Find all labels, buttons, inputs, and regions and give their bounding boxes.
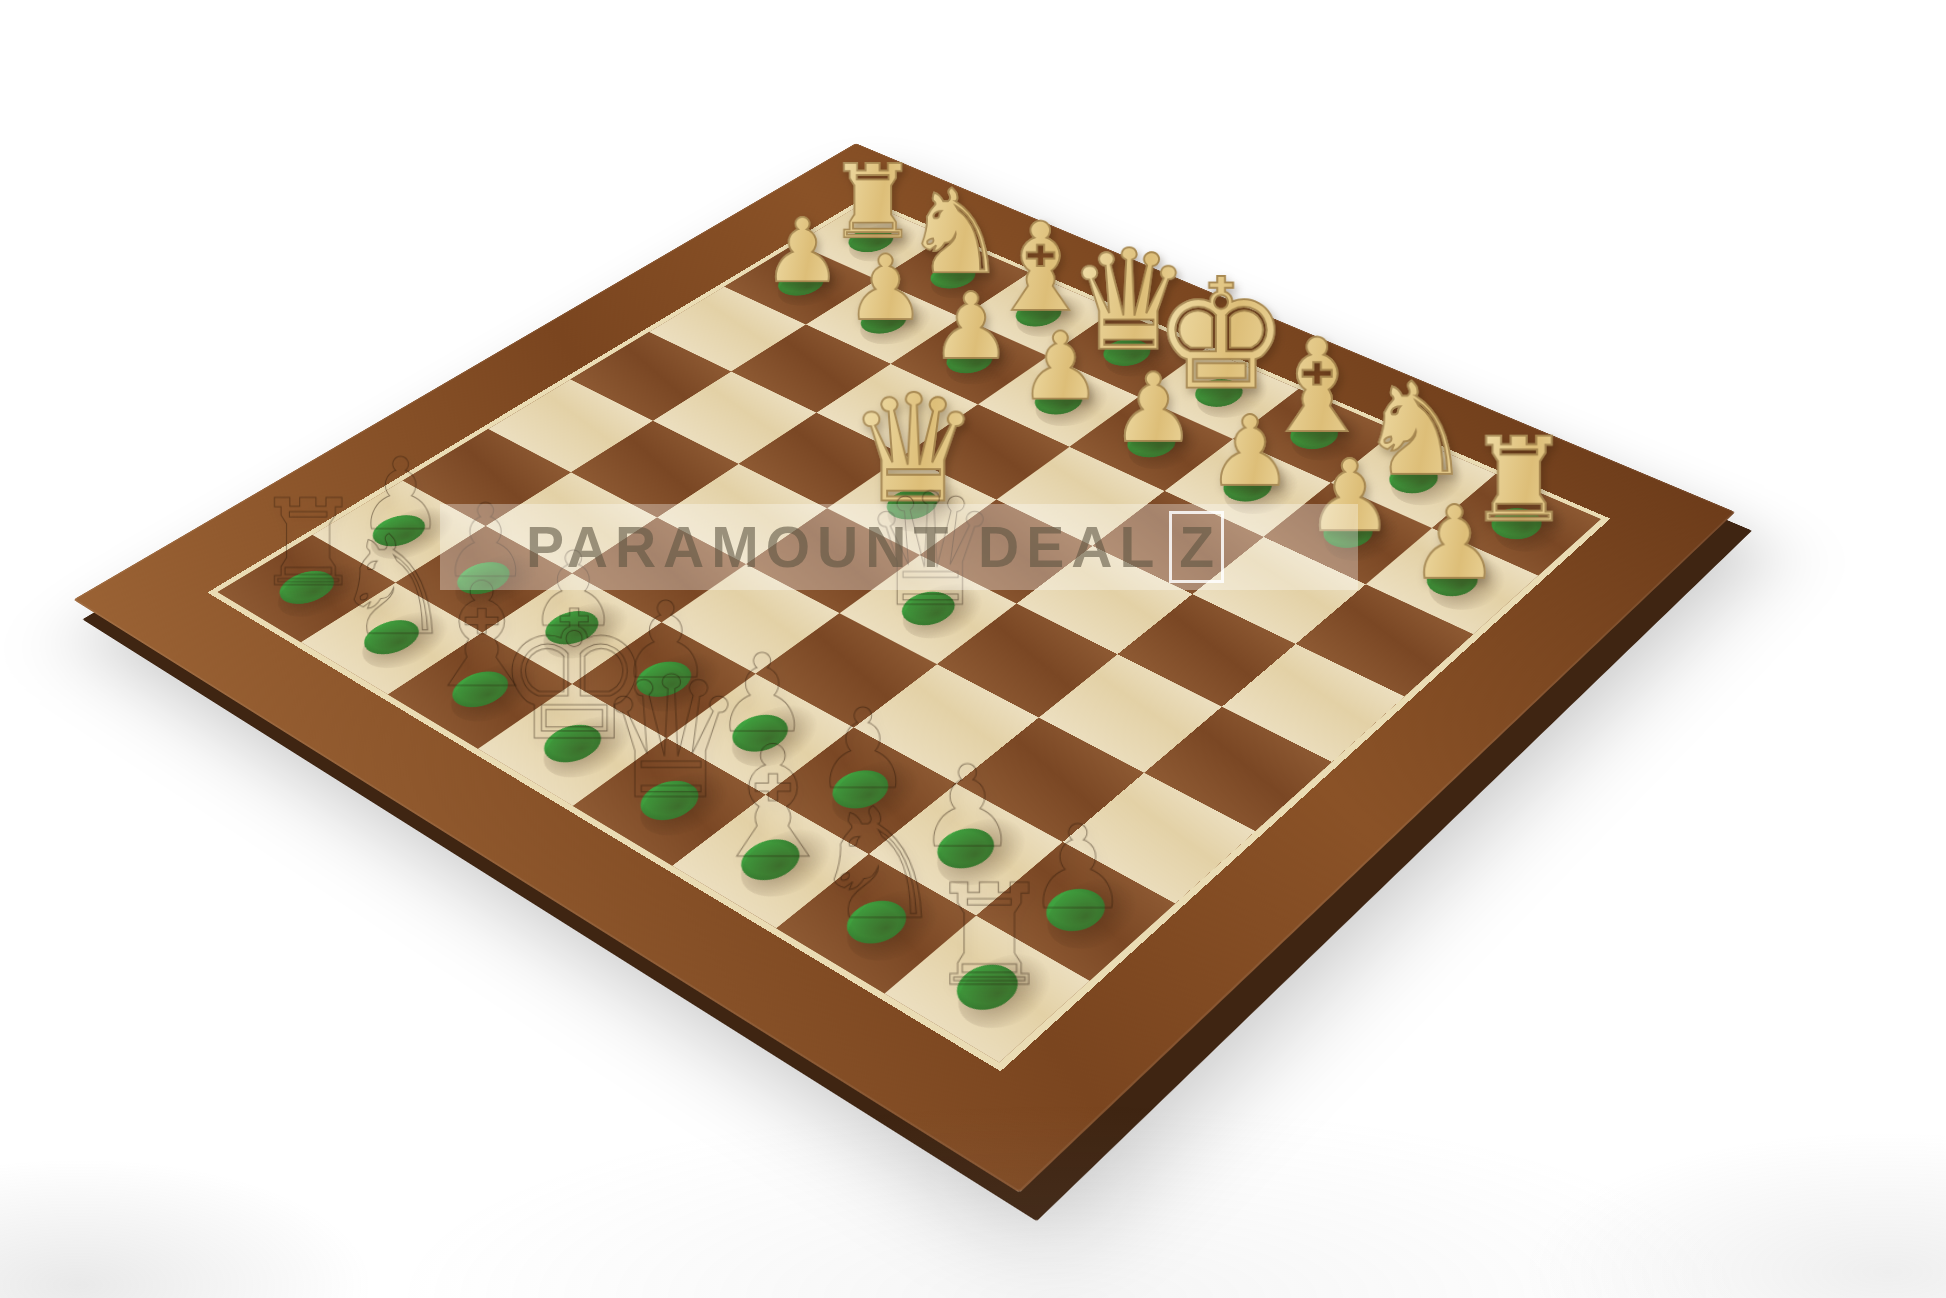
chess-board: ♜♟♟♜♞♟♟♞♝♟♟♝♚♟♛♟♛♛♟♛♟♚♝♟♟♝♞♟♟♞♜♟♟♜ bbox=[73, 143, 1735, 1193]
square-a2: ♟ bbox=[1366, 528, 1539, 634]
piece-white-pawn-g2: ♟ bbox=[845, 243, 926, 333]
piece-white-pawn-h2: ♟ bbox=[763, 206, 842, 294]
piece-white-pawn-e2: ♟ bbox=[1019, 319, 1103, 412]
piece-black-queen-d5: ♛ bbox=[861, 472, 1000, 628]
piece-black-rook-a8: ♜ bbox=[927, 865, 1053, 1005]
board-scene: ♜♟♟♜♞♟♟♞♝♟♟♝♚♟♛♟♛♛♟♛♟♚♝♟♟♝♞♟♟♞♜♟♟♜ bbox=[0, 0, 1946, 1298]
board-squares: ♜♟♟♜♞♟♟♞♝♟♟♝♚♟♛♟♛♛♟♛♟♚♝♟♟♝♞♟♟♞♜♟♟♜ bbox=[207, 198, 1610, 1072]
piece-white-pawn-d2: ♟ bbox=[1110, 360, 1195, 455]
piece-white-pawn-f2: ♟ bbox=[930, 280, 1012, 372]
piece-white-pawn-c2: ♟ bbox=[1206, 402, 1293, 499]
piece-white-pawn-a2: ♟ bbox=[1409, 492, 1500, 593]
piece-white-pawn-b2: ♟ bbox=[1306, 446, 1395, 545]
